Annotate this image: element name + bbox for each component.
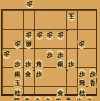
shogi-piece-sente-歩[interactable]: 歩 [67,59,76,68]
shogi-piece-sente-香[interactable]: 香 [64,96,73,100]
star-point [33,70,35,72]
shogi-piece-gote-歩[interactable]: 歩 [45,31,54,40]
shogi-piece-sente-歩[interactable]: 歩 [45,50,54,59]
shogi-piece-sente-歩[interactable]: 歩 [24,59,33,68]
shogi-piece-sente-歩[interactable]: 歩 [77,69,86,78]
shogi-piece-sente-玉[interactable]: 玉 [13,78,22,87]
shogi-piece-gote-銀[interactable]: 銀 [24,40,33,49]
sente-hand-tray[interactable]: 飛角金金銀香歩歩 [0,96,100,101]
shogi-piece-gote-歩[interactable]: 歩 [24,31,33,40]
star-point [66,70,68,72]
shogi-board[interactable]: 玉歩歩歩歩歩銀歩歩歩歩歩歩角銀歩銀金歩歩歩玉飛香桂金桂 [1,9,98,96]
shogi-piece-gote-歩[interactable]: 歩 [13,40,22,49]
shogi-piece-gote-歩[interactable]: 歩 [25,0,34,9]
shogi-piece-gote-歩[interactable]: 歩 [56,31,65,40]
shogi-piece-sente-飛[interactable]: 飛 [13,96,22,100]
shogi-piece-sente-歩[interactable]: 歩 [75,96,84,100]
shogi-piece-gote-玉[interactable]: 玉 [67,12,76,21]
shogi-piece-gote-歩[interactable]: 歩 [35,31,44,40]
shogi-gui-screenshot: { "game": "shogi", "view": { "descriptio… [0,0,100,100]
star-point [66,30,68,32]
gote-hand-tray[interactable]: 歩 [0,0,100,9]
shogi-piece-sente-銀[interactable]: 銀 [13,69,22,78]
shogi-piece-sente-角[interactable]: 角 [23,96,32,100]
shogi-piece-sente-金[interactable]: 金 [24,69,33,78]
shogi-piece-sente-歩[interactable]: 歩 [13,59,22,68]
shogi-piece-sente-歩[interactable]: 歩 [85,96,94,100]
shogi-piece-sente-歩[interactable]: 歩 [88,69,97,78]
shogi-piece-sente-銀[interactable]: 銀 [54,96,63,100]
star-point [33,30,35,32]
shogi-piece-gote-歩[interactable]: 歩 [77,40,86,49]
shogi-piece-sente-香[interactable]: 香 [88,78,97,87]
shogi-piece-gote-歩[interactable]: 歩 [2,50,11,59]
shogi-piece-sente-歩[interactable]: 歩 [56,50,65,59]
shogi-piece-sente-角[interactable]: 角 [35,59,44,68]
shogi-piece-sente-歩[interactable]: 歩 [35,69,44,78]
shogi-piece-sente-金[interactable]: 金 [33,96,42,100]
shogi-piece-sente-飛[interactable]: 飛 [77,78,86,87]
shogi-piece-sente-銀[interactable]: 銀 [56,59,65,68]
shogi-piece-sente-金[interactable]: 金 [44,96,53,100]
